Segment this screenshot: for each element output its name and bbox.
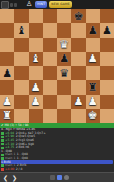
square-a2[interactable]: ♟ <box>0 95 14 109</box>
square-g2[interactable]: ♟ <box>86 95 100 109</box>
board-view-icon[interactable] <box>50 175 55 180</box>
square-g7[interactable]: ♟ <box>86 23 100 37</box>
menu-icon[interactable] <box>1 1 9 9</box>
square-h4[interactable] <box>100 66 114 80</box>
square-e5[interactable]: ♟ <box>57 52 71 66</box>
square-a8[interactable] <box>0 9 14 23</box>
piece-black-king: ♚ <box>73 11 83 22</box>
square-b3[interactable] <box>14 80 28 94</box>
piece-white-rook: ♜ <box>2 110 12 121</box>
line-bullet-icon <box>1 164 4 167</box>
square-c4[interactable] <box>29 66 43 80</box>
square-g5[interactable]: ♟ <box>86 52 100 66</box>
piece-black-pawn: ♟ <box>2 68 12 79</box>
square-g4[interactable] <box>86 66 100 80</box>
square-f5[interactable] <box>71 52 85 66</box>
square-d1[interactable] <box>43 109 57 123</box>
line-bullet-icon <box>1 132 4 135</box>
square-h5[interactable] <box>100 52 114 66</box>
square-f7[interactable] <box>71 23 85 37</box>
square-c7[interactable] <box>29 23 43 37</box>
piece-black-pawn: ♟ <box>59 53 69 64</box>
line-bullet-icon <box>1 154 4 157</box>
square-d2[interactable] <box>43 95 57 109</box>
piece-black-queen: ♛ <box>59 68 69 79</box>
square-d8[interactable] <box>43 9 57 23</box>
piece-white-pawn: ♟ <box>2 96 12 107</box>
square-e3[interactable] <box>57 80 71 94</box>
square-e2[interactable] <box>57 95 71 109</box>
white-turn-pawn-icon: ♙ <box>26 1 32 8</box>
bottom-toolbar: ❮ ❯ <box>0 172 114 182</box>
square-h1[interactable] <box>100 109 114 123</box>
square-b8[interactable] <box>14 9 28 23</box>
piece-white-pawn: ♟ <box>31 96 41 107</box>
square-a5[interactable] <box>0 52 14 66</box>
square-d4[interactable] <box>43 66 57 80</box>
square-g8[interactable] <box>86 9 100 23</box>
square-c1[interactable] <box>29 109 43 123</box>
chess-app: ♙ HINT NEW GAME ♚♝♟♟♛♝♟♟♟♛♟♜♟♟♟♟♜♚ ✔ M8 … <box>0 0 114 182</box>
square-d5[interactable] <box>43 52 57 66</box>
square-f3[interactable] <box>71 80 85 94</box>
line-moves: 1...Qd8 <box>17 157 28 160</box>
square-g3[interactable]: ♜ <box>86 80 100 94</box>
new-game-button[interactable]: NEW GAME <box>49 1 72 8</box>
square-g1[interactable]: ♚ <box>86 109 100 123</box>
square-b5[interactable] <box>14 52 28 66</box>
square-c6[interactable] <box>29 38 43 52</box>
square-f8[interactable]: ♚ <box>71 9 85 23</box>
square-e6[interactable]: ♛ <box>57 38 71 52</box>
square-b4[interactable] <box>14 66 28 80</box>
square-f4[interactable] <box>71 66 85 80</box>
square-c2[interactable]: ♟ <box>29 95 43 109</box>
square-g6[interactable] <box>86 38 100 52</box>
square-b2[interactable] <box>14 95 28 109</box>
square-a6[interactable] <box>0 38 14 52</box>
info-icon[interactable] <box>64 175 69 180</box>
square-b1[interactable] <box>14 109 28 123</box>
square-c5[interactable]: ♝ <box>29 52 43 66</box>
check-icon: ✔ <box>1 124 4 127</box>
line-eval: +4.00 <box>5 168 14 171</box>
top-bar: ♙ HINT NEW GAME <box>0 0 114 9</box>
piece-white-bishop: ♝ <box>31 53 41 64</box>
square-h2[interactable] <box>100 95 114 109</box>
line-bullet-icon <box>1 143 4 146</box>
piece-black-pawn: ♟ <box>102 25 112 36</box>
square-c8[interactable] <box>29 9 43 23</box>
square-h3[interactable] <box>100 80 114 94</box>
piece-white-pawn: ♟ <box>73 96 83 107</box>
line-bullet-icon <box>1 136 4 139</box>
line-moves: 2.Bd6 h6 <box>16 146 30 149</box>
analysis-panel[interactable]: 4...Rg3 ?! White +5.85+6.042.Qc8+ Ke7 3.… <box>0 128 114 172</box>
square-h6[interactable] <box>100 38 114 52</box>
piece-white-pawn: ♟ <box>31 82 41 93</box>
chevron-left-icon[interactable]: ❮ <box>2 175 9 181</box>
line-bullet-icon <box>1 139 4 142</box>
status-text: M8 (3) • 58 / 98 <box>5 124 29 127</box>
square-b7[interactable]: ♝ <box>14 23 28 37</box>
square-d3[interactable] <box>43 80 57 94</box>
nav-forward-icon[interactable] <box>14 3 17 7</box>
square-a7[interactable] <box>0 23 14 37</box>
bad-move-bullet-icon <box>1 168 4 171</box>
piece-black-rook: ♜ <box>88 82 98 93</box>
square-h8[interactable] <box>100 9 114 23</box>
square-b6[interactable] <box>14 38 28 52</box>
square-a3[interactable] <box>0 80 14 94</box>
nav-back-icon[interactable] <box>10 3 13 7</box>
square-e8[interactable] <box>57 9 71 23</box>
square-e7[interactable] <box>57 23 71 37</box>
piece-black-pawn: ♟ <box>88 25 98 36</box>
square-h7[interactable]: ♟ <box>100 23 114 37</box>
analysis-view-icon[interactable] <box>57 175 62 180</box>
piece-white-pawn: ♟ <box>88 53 98 64</box>
piece-black-bishop: ♝ <box>16 25 26 36</box>
square-e4[interactable]: ♛ <box>57 66 71 80</box>
chess-board[interactable]: ♚♝♟♟♛♝♟♟♟♛♟♜♟♟♟♟♜♚ <box>0 9 114 123</box>
square-f1[interactable] <box>71 109 85 123</box>
square-a4[interactable]: ♟ <box>0 66 14 80</box>
hint-button[interactable]: HINT <box>35 1 47 8</box>
piece-white-pawn: ♟ <box>88 96 98 107</box>
square-c3[interactable]: ♟ <box>29 80 43 94</box>
line-moves: 2 / 8 <box>16 168 23 171</box>
analysis-line-11[interactable]: +4.002 / 8 <box>1 168 113 172</box>
chevron-right-icon[interactable]: ❯ <box>11 175 18 181</box>
square-f2[interactable]: ♟ <box>71 95 85 109</box>
square-a1[interactable]: ♜ <box>0 109 14 123</box>
piece-white-king: ♚ <box>88 110 98 121</box>
square-d6[interactable] <box>43 38 57 52</box>
square-d7[interactable] <box>43 23 57 37</box>
square-f6[interactable] <box>71 38 85 52</box>
square-e1[interactable] <box>57 109 71 123</box>
piece-white-queen: ♛ <box>59 39 69 50</box>
